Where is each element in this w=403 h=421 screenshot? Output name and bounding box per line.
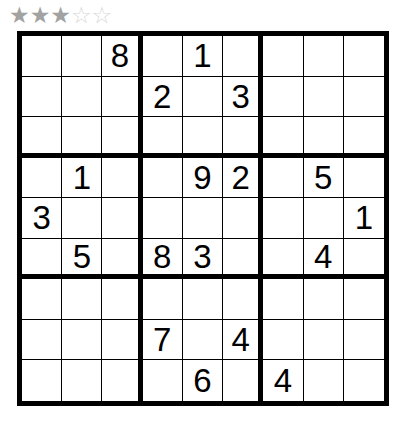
cell-r1c9-empty[interactable]: [344, 36, 384, 77]
cell-r3c5-empty[interactable]: [183, 117, 223, 158]
cell-r6c2-given[interactable]: 5: [62, 239, 102, 280]
cell-r9c5-given[interactable]: 6: [183, 360, 223, 401]
cell-r5c9-given[interactable]: 1: [344, 198, 384, 239]
cell-r3c6-empty[interactable]: [223, 117, 263, 158]
cell-r4c1-empty[interactable]: [22, 158, 62, 199]
cell-r1c2-empty[interactable]: [62, 36, 102, 77]
cell-r9c6-empty[interactable]: [223, 360, 263, 401]
star-filled-icon: ★: [30, 2, 51, 28]
cell-r2c1-empty[interactable]: [22, 77, 62, 118]
cell-r1c7-empty[interactable]: [263, 36, 303, 77]
cell-r6c6-empty[interactable]: [223, 239, 263, 280]
cell-r7c4-empty[interactable]: [143, 279, 183, 320]
cell-r4c3-empty[interactable]: [102, 158, 142, 199]
cell-r4c6-given[interactable]: 2: [223, 158, 263, 199]
cell-r4c4-empty[interactable]: [143, 158, 183, 199]
cell-r6c8-given[interactable]: 4: [304, 239, 344, 280]
cell-r4c7-empty[interactable]: [263, 158, 303, 199]
cell-r5c5-empty[interactable]: [183, 198, 223, 239]
cell-r8c1-empty[interactable]: [22, 320, 62, 361]
cell-r8c4-given[interactable]: 7: [143, 320, 183, 361]
cell-r9c7-given[interactable]: 4: [263, 360, 303, 401]
cell-r6c3-empty[interactable]: [102, 239, 142, 280]
cell-r6c7-empty[interactable]: [263, 239, 303, 280]
cell-r3c3-empty[interactable]: [102, 117, 142, 158]
cell-r6c1-empty[interactable]: [22, 239, 62, 280]
cell-r1c8-empty[interactable]: [304, 36, 344, 77]
cell-r8c9-empty[interactable]: [344, 320, 384, 361]
cell-r5c1-given[interactable]: 3: [22, 198, 62, 239]
cell-r2c3-empty[interactable]: [102, 77, 142, 118]
cell-r5c4-empty[interactable]: [143, 198, 183, 239]
cell-r3c2-empty[interactable]: [62, 117, 102, 158]
cell-r1c4-empty[interactable]: [143, 36, 183, 77]
cell-r1c6-empty[interactable]: [223, 36, 263, 77]
cell-r3c9-empty[interactable]: [344, 117, 384, 158]
cell-r8c8-empty[interactable]: [304, 320, 344, 361]
cell-r9c2-empty[interactable]: [62, 360, 102, 401]
difficulty-stars: ★★★☆☆: [9, 2, 112, 28]
cell-r7c8-empty[interactable]: [304, 279, 344, 320]
cell-r2c4-given[interactable]: 2: [143, 77, 183, 118]
cell-r2c9-empty[interactable]: [344, 77, 384, 118]
cell-r8c6-given[interactable]: 4: [223, 320, 263, 361]
cell-r9c8-empty[interactable]: [304, 360, 344, 401]
cell-r7c2-empty[interactable]: [62, 279, 102, 320]
cell-r7c7-empty[interactable]: [263, 279, 303, 320]
star-empty-icon: ☆: [71, 2, 92, 28]
cell-r7c3-empty[interactable]: [102, 279, 142, 320]
cell-r7c6-empty[interactable]: [223, 279, 263, 320]
cell-r3c4-empty[interactable]: [143, 117, 183, 158]
cell-r7c9-empty[interactable]: [344, 279, 384, 320]
cell-r9c3-empty[interactable]: [102, 360, 142, 401]
cell-r1c3-given[interactable]: 8: [102, 36, 142, 77]
cell-r9c9-empty[interactable]: [344, 360, 384, 401]
cell-r8c7-empty[interactable]: [263, 320, 303, 361]
cell-r6c9-empty[interactable]: [344, 239, 384, 280]
sudoku-grid: 812319253158347464: [17, 31, 389, 406]
cell-r6c4-given[interactable]: 8: [143, 239, 183, 280]
cell-r4c5-given[interactable]: 9: [183, 158, 223, 199]
cell-r2c8-empty[interactable]: [304, 77, 344, 118]
star-filled-icon: ★: [50, 2, 71, 28]
cell-r5c6-empty[interactable]: [223, 198, 263, 239]
cell-r9c1-empty[interactable]: [22, 360, 62, 401]
cell-r2c7-empty[interactable]: [263, 77, 303, 118]
cell-r7c1-empty[interactable]: [22, 279, 62, 320]
cell-r5c7-empty[interactable]: [263, 198, 303, 239]
cell-r3c8-empty[interactable]: [304, 117, 344, 158]
cell-r5c8-empty[interactable]: [304, 198, 344, 239]
cell-r3c1-empty[interactable]: [22, 117, 62, 158]
cell-r8c3-empty[interactable]: [102, 320, 142, 361]
cell-r3c7-empty[interactable]: [263, 117, 303, 158]
cell-r4c8-given[interactable]: 5: [304, 158, 344, 199]
cell-r4c2-given[interactable]: 1: [62, 158, 102, 199]
cell-r8c5-empty[interactable]: [183, 320, 223, 361]
cell-r2c2-empty[interactable]: [62, 77, 102, 118]
cell-r2c6-given[interactable]: 3: [223, 77, 263, 118]
cell-r5c2-empty[interactable]: [62, 198, 102, 239]
sudoku-page: ★★★☆☆ 812319253158347464: [0, 0, 403, 421]
cell-r5c3-empty[interactable]: [102, 198, 142, 239]
cell-r4c9-empty[interactable]: [344, 158, 384, 199]
cell-r8c2-empty[interactable]: [62, 320, 102, 361]
cell-r6c5-given[interactable]: 3: [183, 239, 223, 280]
cell-r7c5-empty[interactable]: [183, 279, 223, 320]
cell-r1c5-given[interactable]: 1: [183, 36, 223, 77]
cell-r9c4-empty[interactable]: [143, 360, 183, 401]
cell-r1c1-empty[interactable]: [22, 36, 62, 77]
star-filled-icon: ★: [9, 2, 30, 28]
cell-r2c5-empty[interactable]: [183, 77, 223, 118]
star-empty-icon: ☆: [92, 2, 113, 28]
